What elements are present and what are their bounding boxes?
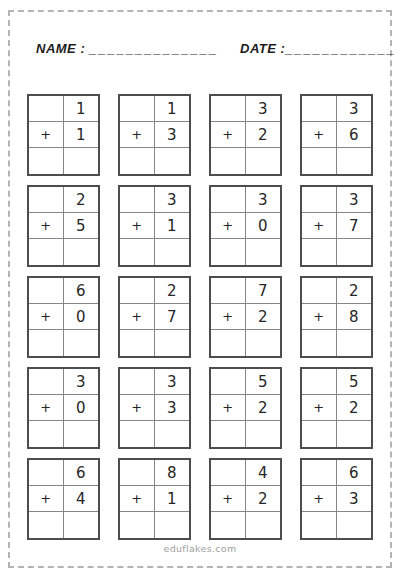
answer-cell-right [246,330,281,356]
operator-cell: + [302,213,337,239]
bottom-addend: 5 [64,213,99,239]
answer-cell-left [29,239,64,265]
answer-cell-left [211,148,246,174]
addition-problem-5: 2+5 [27,185,100,267]
answer-cell-left [302,512,337,538]
addition-problem-4: 3+6 [300,94,373,176]
addition-problem-20: 6+3 [300,458,373,540]
operator-cell: + [302,395,337,421]
date-field: DATE :____________ [240,41,396,56]
empty-cell [211,460,246,486]
addition-problem-15: 5+2 [209,367,282,449]
operator-cell: + [302,486,337,512]
addition-problem-14: 3+3 [118,367,191,449]
answer-cell-right [246,421,281,447]
answer-cell-right [337,330,372,356]
answer-cell-right [337,512,372,538]
answer-cell-right [337,148,372,174]
top-addend: 3 [155,187,190,213]
bottom-addend: 2 [337,395,372,421]
empty-cell [120,187,155,213]
bottom-addend: 2 [246,395,281,421]
answer-cell-left [29,330,64,356]
top-addend: 7 [246,278,281,304]
answer-cell-right [155,512,190,538]
bottom-addend: 2 [246,304,281,330]
bottom-addend: 2 [246,486,281,512]
top-addend: 1 [64,96,99,122]
empty-cell [29,187,64,213]
answer-cell-right [155,330,190,356]
empty-cell [29,460,64,486]
bottom-addend: 1 [155,213,190,239]
empty-cell [302,460,337,486]
top-addend: 1 [155,96,190,122]
answer-cell-right [64,330,99,356]
operator-cell: + [29,486,64,512]
bottom-addend: 6 [337,122,372,148]
top-addend: 2 [155,278,190,304]
addition-problem-17: 6+4 [27,458,100,540]
answer-cell-left [302,239,337,265]
operator-cell: + [211,213,246,239]
operator-cell: + [120,122,155,148]
operator-cell: + [211,395,246,421]
answer-cell-left [120,421,155,447]
empty-cell [302,96,337,122]
top-addend: 3 [246,187,281,213]
operator-cell: + [120,486,155,512]
answer-cell-left [211,512,246,538]
operator-cell: + [302,304,337,330]
name-field: NAME :______________ [36,41,218,56]
addition-problem-10: 2+7 [118,276,191,358]
empty-cell [29,369,64,395]
answer-cell-left [29,148,64,174]
bottom-addend: 3 [337,486,372,512]
answer-cell-right [246,148,281,174]
operator-cell: + [120,395,155,421]
answer-cell-left [302,148,337,174]
name-blank-line: ______________ [89,41,218,56]
empty-cell [120,96,155,122]
bottom-addend: 7 [155,304,190,330]
top-addend: 3 [64,369,99,395]
bottom-addend: 7 [337,213,372,239]
bottom-addend: 3 [155,395,190,421]
empty-cell [120,278,155,304]
addition-problem-11: 7+2 [209,276,282,358]
empty-cell [211,187,246,213]
answer-cell-left [120,148,155,174]
answer-cell-right [155,421,190,447]
bottom-addend: 0 [64,304,99,330]
empty-cell [302,187,337,213]
answer-cell-left [211,239,246,265]
top-addend: 5 [337,369,372,395]
header: NAME :______________ DATE :____________ [36,41,370,59]
name-label: NAME : [36,41,85,56]
addition-problem-7: 3+0 [209,185,282,267]
empty-cell [120,369,155,395]
top-addend: 4 [246,460,281,486]
answer-cell-left [120,512,155,538]
top-addend: 2 [64,187,99,213]
operator-cell: + [120,304,155,330]
problems-grid: 1+11+33+23+62+53+13+03+76+02+77+22+83+03… [27,94,373,540]
date-blank-line: ____________ [285,41,396,56]
answer-cell-right [337,421,372,447]
empty-cell [211,278,246,304]
answer-cell-right [155,239,190,265]
addition-problem-12: 2+8 [300,276,373,358]
worksheet-page: NAME :______________ DATE :____________ … [0,0,400,578]
addition-problem-3: 3+2 [209,94,282,176]
top-addend: 6 [337,460,372,486]
answer-cell-left [29,512,64,538]
addition-problem-8: 3+7 [300,185,373,267]
bottom-addend: 0 [246,213,281,239]
answer-cell-left [211,330,246,356]
operator-cell: + [211,304,246,330]
answer-cell-left [211,421,246,447]
operator-cell: + [29,395,64,421]
top-addend: 6 [64,460,99,486]
bottom-addend: 0 [64,395,99,421]
empty-cell [29,96,64,122]
answer-cell-left [302,330,337,356]
footer-watermark: eduflakes.com [0,543,400,554]
top-addend: 5 [246,369,281,395]
empty-cell [211,369,246,395]
addition-problem-1: 1+1 [27,94,100,176]
operator-cell: + [29,122,64,148]
addition-problem-2: 1+3 [118,94,191,176]
empty-cell [29,278,64,304]
addition-problem-6: 3+1 [118,185,191,267]
answer-cell-right [64,512,99,538]
addition-problem-18: 8+1 [118,458,191,540]
empty-cell [302,369,337,395]
top-addend: 2 [337,278,372,304]
top-addend: 6 [64,278,99,304]
answer-cell-right [64,148,99,174]
operator-cell: + [120,213,155,239]
bottom-addend: 4 [64,486,99,512]
date-label: DATE : [240,41,285,56]
answer-cell-right [246,239,281,265]
answer-cell-left [120,239,155,265]
answer-cell-right [155,148,190,174]
addition-problem-13: 3+0 [27,367,100,449]
addition-problem-9: 6+0 [27,276,100,358]
addition-problem-19: 4+2 [209,458,282,540]
top-addend: 8 [155,460,190,486]
operator-cell: + [211,486,246,512]
answer-cell-left [302,421,337,447]
empty-cell [211,96,246,122]
addition-problem-16: 5+2 [300,367,373,449]
top-addend: 3 [155,369,190,395]
top-addend: 3 [246,96,281,122]
bottom-addend: 1 [155,486,190,512]
answer-cell-left [120,330,155,356]
operator-cell: + [29,213,64,239]
top-addend: 3 [337,187,372,213]
empty-cell [120,460,155,486]
bottom-addend: 3 [155,122,190,148]
bottom-addend: 8 [337,304,372,330]
answer-cell-right [64,239,99,265]
operator-cell: + [211,122,246,148]
operator-cell: + [302,122,337,148]
operator-cell: + [29,304,64,330]
top-addend: 3 [337,96,372,122]
bottom-addend: 1 [64,122,99,148]
answer-cell-right [64,421,99,447]
answer-cell-right [246,512,281,538]
bottom-addend: 2 [246,122,281,148]
empty-cell [302,278,337,304]
answer-cell-right [337,239,372,265]
answer-cell-left [29,421,64,447]
